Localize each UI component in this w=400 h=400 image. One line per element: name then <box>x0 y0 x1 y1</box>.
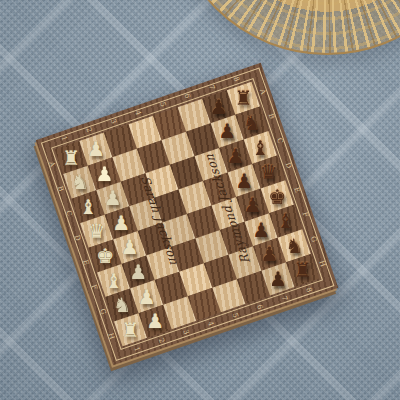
piece-black-knight[interactable]: ♞ <box>285 233 303 259</box>
piece-white-pawn[interactable]: ♟ <box>112 210 130 236</box>
piece-white-pawn[interactable]: ♟ <box>129 259 147 285</box>
piece-white-rook[interactable]: ♜ <box>122 317 140 343</box>
piece-white-pawn[interactable]: ♟ <box>87 136 105 162</box>
piece-white-rook[interactable]: ♜ <box>62 145 80 171</box>
piece-black-bishop[interactable]: ♝ <box>277 208 295 234</box>
piece-black-rook[interactable]: ♜ <box>294 257 312 283</box>
piece-black-pawn[interactable]: ♟ <box>269 266 287 292</box>
piece-white-bishop[interactable]: ♝ <box>105 268 123 294</box>
piece-black-king[interactable]: ♚ <box>268 184 286 210</box>
piece-white-bishop[interactable]: ♝ <box>79 194 97 220</box>
piece-white-queen[interactable]: ♛ <box>88 218 106 244</box>
piece-white-pawn[interactable]: ♟ <box>121 234 139 260</box>
piece-black-pawn[interactable]: ♟ <box>261 241 279 267</box>
piece-white-pawn[interactable]: ♟ <box>146 308 164 334</box>
piece-white-knight[interactable]: ♞ <box>71 169 89 195</box>
piece-white-pawn[interactable]: ♟ <box>138 284 156 310</box>
board-grid: ♜♟♟♜♞♟♟♞♝♟♟♝♛♟♟♛♚♟♟♚♝♟♟♝♞♟♟♞♜♟♟♜ <box>55 82 319 346</box>
piece-black-knight[interactable]: ♞ <box>243 110 261 136</box>
piece-black-bishop[interactable]: ♝ <box>251 134 269 160</box>
piece-white-pawn[interactable]: ♟ <box>95 161 113 187</box>
piece-white-knight[interactable]: ♞ <box>113 292 131 318</box>
piece-black-rook[interactable]: ♜ <box>234 85 252 111</box>
piece-black-pawn[interactable]: ♟ <box>218 118 236 144</box>
piece-black-pawn[interactable]: ♟ <box>252 217 270 243</box>
piece-black-pawn[interactable]: ♟ <box>210 94 228 120</box>
scene: 12345678 12345678 ABCDEFGH ABCDEFGH ♜♟♟♜… <box>0 0 400 400</box>
piece-black-pawn[interactable]: ♟ <box>227 143 245 169</box>
piece-black-pawn[interactable]: ♟ <box>235 168 253 194</box>
piece-white-king[interactable]: ♚ <box>96 243 114 269</box>
piece-black-queen[interactable]: ♛ <box>260 159 278 185</box>
piece-white-pawn[interactable]: ♟ <box>104 185 122 211</box>
piece-black-pawn[interactable]: ♟ <box>244 192 262 218</box>
